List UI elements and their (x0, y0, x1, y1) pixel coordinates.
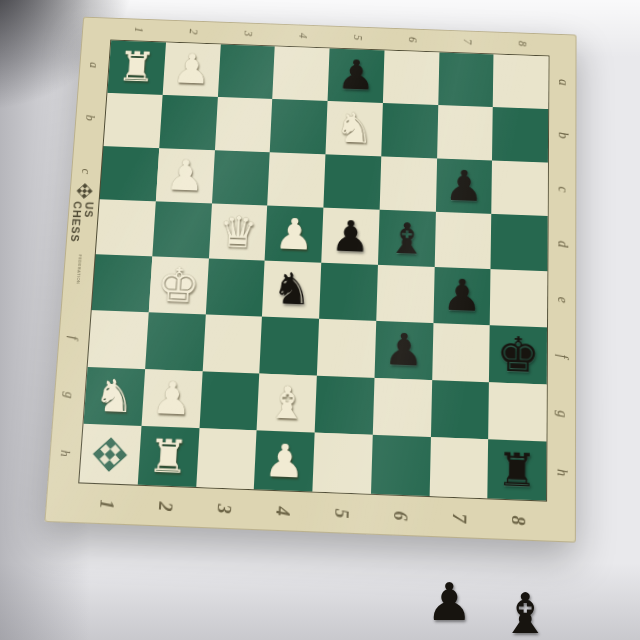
square-d4[interactable]: ♟ (265, 206, 324, 263)
piece-black-bishop-d6[interactable]: ♝ (386, 216, 426, 260)
piece-black-pawn-d5[interactable]: ♟ (330, 214, 371, 258)
square-b7[interactable] (437, 105, 493, 160)
piece-white-pawn-g2[interactable]: ♟ (150, 375, 193, 421)
square-h8[interactable]: ♜ (488, 440, 547, 501)
square-g5[interactable] (315, 375, 375, 435)
captured-pieces-tray: ♟♝ (408, 572, 608, 640)
square-a8[interactable] (493, 54, 548, 108)
square-c1[interactable] (100, 146, 159, 202)
piece-black-pawn-f6[interactable]: ♟ (383, 327, 424, 373)
square-h2[interactable]: ♜ (138, 426, 200, 487)
square-e8[interactable] (490, 269, 547, 327)
piece-black-knight-e4[interactable]: ♞ (271, 267, 312, 312)
piece-white-knight-g1[interactable]: ♞ (93, 373, 136, 419)
piece-white-pawn-h4[interactable]: ♟ (263, 437, 305, 484)
piece-white-bishop-g4[interactable]: ♝ (266, 380, 308, 426)
square-h4[interactable]: ♟ (254, 431, 315, 492)
captured-black-bishop[interactable]: ♝ (500, 586, 550, 640)
piece-white-pawn-c2[interactable]: ♟ (164, 154, 205, 197)
square-e6[interactable] (376, 265, 434, 323)
square-d6[interactable]: ♝ (378, 210, 436, 267)
square-a2[interactable]: ♟ (162, 42, 220, 96)
uschess-logo-text: US CHESS (68, 201, 95, 253)
uschess-logo-subtext: FEDERATION (75, 254, 82, 284)
captured-black-pawn[interactable]: ♟ (426, 576, 473, 628)
square-f2[interactable] (145, 312, 205, 371)
square-h5[interactable] (312, 433, 372, 494)
square-e7[interactable]: ♟ (433, 267, 491, 325)
piece-white-queen-d3[interactable]: ♛ (217, 210, 258, 254)
square-d3[interactable]: ♛ (208, 204, 267, 261)
square-g4[interactable]: ♝ (257, 373, 317, 433)
square-a7[interactable] (438, 52, 494, 106)
square-c8[interactable] (491, 160, 547, 216)
square-c5[interactable] (323, 154, 381, 210)
piece-white-rook-a1[interactable]: ♜ (116, 47, 157, 89)
square-e1[interactable] (92, 254, 152, 312)
square-e2[interactable]: ♚ (149, 256, 209, 314)
piece-black-king-f8[interactable]: ♚ (496, 330, 540, 380)
square-a1[interactable]: ♜ (107, 40, 165, 94)
square-f7[interactable] (432, 323, 490, 382)
square-b4[interactable] (270, 99, 328, 154)
square-d1[interactable] (96, 199, 156, 256)
square-h3[interactable] (196, 428, 257, 489)
piece-black-rook-h8[interactable]: ♜ (497, 446, 538, 493)
square-g2[interactable]: ♟ (141, 369, 202, 429)
piece-black-pawn-e7[interactable]: ♟ (442, 274, 482, 319)
square-c7[interactable]: ♟ (435, 158, 492, 214)
uschess-logo-icon (73, 182, 96, 200)
square-f4[interactable] (260, 316, 320, 375)
square-h7[interactable] (429, 437, 488, 498)
square-d7[interactable] (434, 212, 491, 269)
piece-black-pawn-c7[interactable]: ♟ (444, 164, 484, 207)
square-c4[interactable] (267, 152, 325, 208)
square-f1[interactable] (88, 310, 149, 369)
square-c6[interactable] (379, 156, 436, 212)
square-f3[interactable] (202, 314, 262, 373)
piece-white-rook-h2[interactable]: ♜ (147, 433, 190, 480)
square-h1[interactable] (79, 424, 141, 485)
file-labels-right: abcdefgh (547, 56, 576, 503)
square-g7[interactable] (430, 380, 489, 440)
chess-board: 12345678 12345678 abcfgh abcdefgh US CHE… (44, 17, 576, 543)
square-e4[interactable]: ♞ (262, 261, 321, 319)
square-b5[interactable]: ♞ (325, 101, 382, 156)
squares-grid: ♜♟♟♞♟♟♛♟♟♝♚♞♟♟♚♞♟♝♜♟♜ (78, 40, 549, 502)
square-a6[interactable] (383, 50, 439, 104)
square-g1[interactable]: ♞ (84, 366, 145, 426)
square-f5[interactable] (317, 318, 376, 377)
piece-white-pawn-d4[interactable]: ♟ (274, 212, 315, 256)
square-f6[interactable]: ♟ (374, 321, 433, 380)
square-a5[interactable]: ♟ (328, 48, 385, 102)
piece-white-king-e2[interactable]: ♚ (156, 261, 202, 310)
square-b2[interactable] (159, 95, 217, 150)
square-d2[interactable] (152, 202, 211, 259)
square-c3[interactable] (211, 150, 269, 206)
square-g3[interactable] (199, 371, 260, 431)
square-f8[interactable]: ♚ (489, 325, 547, 384)
square-b1[interactable] (104, 93, 163, 148)
square-a3[interactable] (217, 44, 275, 98)
piece-black-pawn-a5[interactable]: ♟ (336, 55, 376, 97)
square-b6[interactable] (381, 103, 438, 158)
square-g8[interactable] (488, 382, 546, 442)
square-b3[interactable] (214, 97, 272, 152)
square-c2[interactable]: ♟ (156, 148, 215, 204)
square-e5[interactable] (319, 263, 378, 321)
piece-white-knight-b5[interactable]: ♞ (334, 107, 374, 150)
square-b8[interactable] (492, 107, 548, 162)
square-d5[interactable]: ♟ (321, 208, 379, 265)
h1-corner-logo-icon (92, 436, 129, 472)
photo-of-chess-board: { "game": "chess", "description": "Overh… (0, 0, 640, 640)
piece-white-pawn-a2[interactable]: ♟ (171, 49, 212, 91)
square-e3[interactable] (205, 258, 264, 316)
square-h6[interactable] (371, 435, 431, 496)
square-a4[interactable] (272, 46, 329, 100)
square-d8[interactable] (491, 214, 548, 271)
square-g6[interactable] (373, 377, 432, 437)
